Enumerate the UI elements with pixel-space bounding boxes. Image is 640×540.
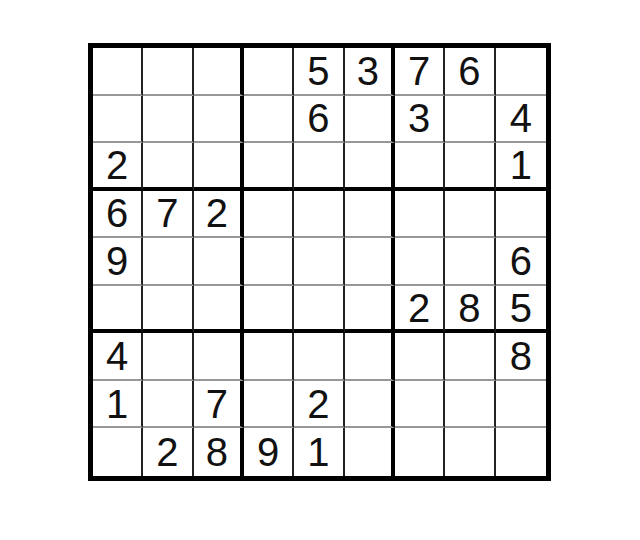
cell-r8c9[interactable] [496, 381, 546, 429]
cell-r3c4[interactable] [244, 143, 294, 191]
cell-r4c3[interactable]: 2 [194, 191, 244, 239]
cell-r5c5[interactable] [294, 238, 344, 286]
cell-r3c9[interactable]: 1 [496, 143, 546, 191]
cell-r3c6[interactable] [345, 143, 395, 191]
cell-r8c5[interactable]: 2 [294, 381, 344, 429]
cell-r7c3[interactable] [194, 333, 244, 381]
cell-r7c4[interactable] [244, 333, 294, 381]
cell-r5c3[interactable] [194, 238, 244, 286]
cell-r2c3[interactable] [194, 96, 244, 144]
cell-r5c9[interactable]: 6 [496, 238, 546, 286]
cell-r1c8[interactable]: 6 [445, 48, 495, 96]
cell-r8c6[interactable] [345, 381, 395, 429]
cell-r9c1[interactable] [93, 428, 143, 476]
cell-r6c4[interactable] [244, 286, 294, 334]
cell-r2c2[interactable] [143, 96, 193, 144]
cell-r7c8[interactable] [445, 333, 495, 381]
cell-r8c2[interactable] [143, 381, 193, 429]
cell-r3c7[interactable] [395, 143, 445, 191]
cell-r2c8[interactable] [445, 96, 495, 144]
cell-r5c8[interactable] [445, 238, 495, 286]
cell-r7c6[interactable] [345, 333, 395, 381]
cell-r5c1[interactable]: 9 [93, 238, 143, 286]
cell-r2c1[interactable] [93, 96, 143, 144]
cell-r7c1[interactable]: 4 [93, 333, 143, 381]
cell-r1c1[interactable] [93, 48, 143, 96]
cell-r3c3[interactable] [194, 143, 244, 191]
cell-r1c9[interactable] [496, 48, 546, 96]
cell-r8c3[interactable]: 7 [194, 381, 244, 429]
cell-r8c8[interactable] [445, 381, 495, 429]
cell-r7c9[interactable]: 8 [496, 333, 546, 381]
cell-r9c7[interactable] [395, 428, 445, 476]
cell-r2c7[interactable]: 3 [395, 96, 445, 144]
cell-r6c7[interactable]: 2 [395, 286, 445, 334]
cell-r4c7[interactable] [395, 191, 445, 239]
cell-r8c7[interactable] [395, 381, 445, 429]
cell-r9c3[interactable]: 8 [194, 428, 244, 476]
sudoku-page: { "game": "sudoku", "position": "....537… [0, 0, 640, 540]
cell-r9c9[interactable] [496, 428, 546, 476]
cell-r5c2[interactable] [143, 238, 193, 286]
cell-r1c5[interactable]: 5 [294, 48, 344, 96]
cell-r4c8[interactable] [445, 191, 495, 239]
cell-r7c5[interactable] [294, 333, 344, 381]
cell-r6c6[interactable] [345, 286, 395, 334]
cell-r5c7[interactable] [395, 238, 445, 286]
cell-r3c5[interactable] [294, 143, 344, 191]
cell-r4c2[interactable]: 7 [143, 191, 193, 239]
cell-r6c9[interactable]: 5 [496, 286, 546, 334]
cell-r9c5[interactable]: 1 [294, 428, 344, 476]
cell-r7c2[interactable] [143, 333, 193, 381]
cell-r7c7[interactable] [395, 333, 445, 381]
cell-r3c8[interactable] [445, 143, 495, 191]
cell-r4c1[interactable]: 6 [93, 191, 143, 239]
cell-r1c2[interactable] [143, 48, 193, 96]
cell-r6c1[interactable] [93, 286, 143, 334]
cell-r1c3[interactable] [194, 48, 244, 96]
cell-r8c4[interactable] [244, 381, 294, 429]
cell-r1c7[interactable]: 7 [395, 48, 445, 96]
cell-r9c8[interactable] [445, 428, 495, 476]
cell-r4c5[interactable] [294, 191, 344, 239]
cell-r9c6[interactable] [345, 428, 395, 476]
cell-r5c4[interactable] [244, 238, 294, 286]
cell-r6c2[interactable] [143, 286, 193, 334]
cell-r4c9[interactable] [496, 191, 546, 239]
cell-r3c2[interactable] [143, 143, 193, 191]
cell-r2c9[interactable]: 4 [496, 96, 546, 144]
cell-r2c4[interactable] [244, 96, 294, 144]
cell-r6c3[interactable] [194, 286, 244, 334]
cell-r9c4[interactable]: 9 [244, 428, 294, 476]
cell-r1c6[interactable]: 3 [345, 48, 395, 96]
cell-r2c6[interactable] [345, 96, 395, 144]
cell-r1c4[interactable] [244, 48, 294, 96]
cell-r3c1[interactable]: 2 [93, 143, 143, 191]
cell-r8c1[interactable]: 1 [93, 381, 143, 429]
cell-r2c5[interactable]: 6 [294, 96, 344, 144]
cell-r6c5[interactable] [294, 286, 344, 334]
cell-r4c4[interactable] [244, 191, 294, 239]
cell-r5c6[interactable] [345, 238, 395, 286]
cell-r4c6[interactable] [345, 191, 395, 239]
sudoku-board: 53766342167296285481722891 [88, 43, 551, 481]
cell-r9c2[interactable]: 2 [143, 428, 193, 476]
cell-r6c8[interactable]: 8 [445, 286, 495, 334]
